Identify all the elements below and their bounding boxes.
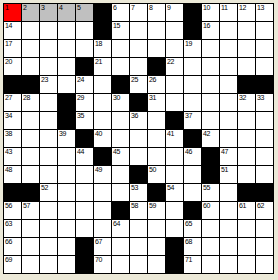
cell-r5c13[interactable]: [220, 76, 237, 93]
cell-r8c1[interactable]: 38: [4, 130, 21, 147]
cell-r3c8[interactable]: [130, 40, 147, 57]
clue-number-21: 21: [95, 58, 102, 66]
clue-number-64: 64: [113, 220, 120, 228]
cell-r3c6[interactable]: 18: [94, 40, 111, 57]
cell-r14c8[interactable]: [130, 238, 147, 255]
cell-r9c4[interactable]: [58, 148, 75, 165]
cell-r5c3[interactable]: 23: [40, 76, 57, 93]
clue-number-18: 18: [95, 40, 102, 48]
cell-r15c14[interactable]: [238, 256, 255, 273]
clue-number-52: 52: [41, 184, 48, 192]
block-cell-r10c12: [202, 166, 219, 183]
clue-number-46: 46: [185, 148, 192, 156]
cell-r2c8[interactable]: [130, 22, 147, 39]
cell-r12c5[interactable]: [76, 202, 93, 219]
cell-r4c2[interactable]: [22, 58, 39, 75]
clue-number-34: 34: [5, 112, 12, 120]
cell-r10c5[interactable]: [76, 166, 93, 183]
cell-r1c10[interactable]: 9: [166, 4, 183, 21]
cell-r12c9[interactable]: 59: [148, 202, 165, 219]
cell-r12c14[interactable]: 61: [238, 202, 255, 219]
cell-r3c1[interactable]: 17: [4, 40, 21, 57]
cell-r1c7[interactable]: 6: [112, 4, 129, 21]
cell-r14c12[interactable]: [202, 238, 219, 255]
cell-r15c9[interactable]: [148, 256, 165, 273]
clue-number-67: 67: [95, 238, 102, 246]
cell-r10c2[interactable]: [22, 166, 39, 183]
cell-r13c5[interactable]: [76, 220, 93, 237]
cell-r14c3[interactable]: [40, 238, 57, 255]
clue-number-65: 65: [185, 220, 192, 228]
clue-number-61: 61: [239, 202, 246, 210]
cell-r14c15[interactable]: [256, 238, 273, 255]
cell-r15c15[interactable]: [256, 256, 273, 273]
cell-r9c8[interactable]: [130, 148, 147, 165]
cell-r12c8[interactable]: 58: [130, 202, 147, 219]
block-cell-r11c9: [148, 184, 165, 201]
cell-r10c13[interactable]: 51: [220, 166, 237, 183]
cell-r1c1[interactable]: 1: [4, 4, 21, 21]
cell-r7c1[interactable]: 34: [4, 112, 21, 129]
cell-r4c13[interactable]: [220, 58, 237, 75]
cell-r6c3[interactable]: [40, 94, 57, 111]
cell-r1c3[interactable]: 3: [40, 4, 57, 21]
cell-r14c1[interactable]: 66: [4, 238, 21, 255]
cell-r2c1[interactable]: 14: [4, 22, 21, 39]
block-cell-r9c12: [202, 148, 219, 165]
cell-r12c10[interactable]: [166, 202, 183, 219]
clue-number-2: 2: [23, 4, 27, 12]
clue-number-31: 31: [149, 94, 156, 102]
clue-number-44: 44: [77, 148, 84, 156]
cell-r13c4[interactable]: [58, 220, 75, 237]
block-cell-r5c1: [4, 76, 21, 93]
block-cell-r10c8: [130, 166, 147, 183]
cell-r2c9[interactable]: [148, 22, 165, 39]
cell-r3c13[interactable]: [220, 40, 237, 57]
cell-r6c7[interactable]: 30: [112, 94, 129, 111]
crossword-page: { "game": "crossword", "description": "E…: [0, 0, 278, 280]
cell-r9c15[interactable]: [256, 148, 273, 165]
block-cell-r5c14: [238, 76, 255, 93]
cell-r13c9[interactable]: [148, 220, 165, 237]
clue-number-54: 54: [167, 184, 174, 192]
cell-r2c10[interactable]: [166, 22, 183, 39]
clue-number-70: 70: [95, 256, 102, 264]
clue-number-30: 30: [113, 94, 120, 102]
cell-r6c1[interactable]: 27: [4, 94, 21, 111]
block-cell-r5c2: [22, 76, 39, 93]
cell-r1c2[interactable]: 2: [22, 4, 39, 21]
cell-r7c8[interactable]: 36: [130, 112, 147, 129]
cell-r11c11[interactable]: [184, 184, 201, 201]
cell-r7c7[interactable]: [112, 112, 129, 129]
cell-r2c15[interactable]: [256, 22, 273, 39]
cell-r2c3[interactable]: [40, 22, 57, 39]
cell-r13c10[interactable]: [166, 220, 183, 237]
cell-r3c5[interactable]: [76, 40, 93, 57]
cell-r13c8[interactable]: [130, 220, 147, 237]
cell-r15c3[interactable]: [40, 256, 57, 273]
cell-r6c15[interactable]: 33: [256, 94, 273, 111]
cell-r5c5[interactable]: 24: [76, 76, 93, 93]
cell-r1c4[interactable]: 4: [58, 4, 75, 21]
cell-r3c15[interactable]: [256, 40, 273, 57]
clue-number-69: 69: [5, 256, 12, 264]
cell-r7c12[interactable]: [202, 112, 219, 129]
clue-number-19: 19: [185, 40, 192, 48]
clue-number-36: 36: [131, 112, 138, 120]
cell-r5c10[interactable]: [166, 76, 183, 93]
clue-number-53: 53: [131, 184, 138, 192]
cell-r1c12[interactable]: 10: [202, 4, 219, 21]
clue-number-29: 29: [77, 94, 84, 102]
cell-r4c14[interactable]: [238, 58, 255, 75]
cell-r13c2[interactable]: [22, 220, 39, 237]
cell-r3c14[interactable]: [238, 40, 255, 57]
cell-r14c4[interactable]: [58, 238, 75, 255]
cell-r9c1[interactable]: 43: [4, 148, 21, 165]
cell-r8c8[interactable]: [130, 130, 147, 147]
clue-number-9: 9: [167, 4, 171, 12]
clue-number-35: 35: [77, 112, 84, 120]
cell-r12c3[interactable]: [40, 202, 57, 219]
cell-r3c4[interactable]: [58, 40, 75, 57]
cell-r2c14[interactable]: [238, 22, 255, 39]
clue-number-71: 71: [185, 256, 192, 264]
cell-r14c7[interactable]: [112, 238, 129, 255]
cell-r9c14[interactable]: [238, 148, 255, 165]
clue-number-14: 14: [5, 22, 12, 30]
clue-number-20: 20: [5, 58, 12, 66]
clue-number-51: 51: [221, 166, 228, 174]
cell-r15c7[interactable]: [112, 256, 129, 273]
clue-number-41: 41: [167, 130, 174, 138]
cell-r11c7[interactable]: [112, 184, 129, 201]
cell-r7c3[interactable]: [40, 112, 57, 129]
cell-r3c9[interactable]: [148, 40, 165, 57]
clue-number-24: 24: [77, 76, 84, 84]
crossword-board[interactable]: 1234567891011121314151617181920212223242…: [3, 3, 274, 274]
clue-number-27: 27: [5, 94, 12, 102]
clue-number-59: 59: [149, 202, 156, 210]
clue-number-42: 42: [203, 130, 210, 138]
cell-r8c15[interactable]: [256, 130, 273, 147]
cell-r1c15[interactable]: 13: [256, 4, 273, 21]
clue-number-39: 39: [59, 130, 66, 138]
cell-r11c8[interactable]: 53: [130, 184, 147, 201]
cell-r6c14[interactable]: 32: [238, 94, 255, 111]
block-cell-r8c11: [184, 130, 201, 147]
block-cell-r12c11: [184, 202, 201, 219]
clue-number-40: 40: [95, 130, 102, 138]
cell-r13c7[interactable]: 64: [112, 220, 129, 237]
cell-r7c2[interactable]: [22, 112, 39, 129]
cell-r11c10[interactable]: 54: [166, 184, 183, 201]
cell-r15c11[interactable]: 71: [184, 256, 201, 273]
block-cell-r15c5: [76, 256, 93, 273]
clue-number-5: 5: [77, 4, 81, 12]
cell-r2c5[interactable]: [76, 22, 93, 39]
clue-number-47: 47: [221, 148, 228, 156]
cell-r9c9[interactable]: [148, 148, 165, 165]
cell-r6c9[interactable]: 31: [148, 94, 165, 111]
block-cell-r11c15: [256, 184, 273, 201]
cell-r3c10[interactable]: [166, 40, 183, 57]
cell-r7c9[interactable]: [148, 112, 165, 129]
cell-r10c7[interactable]: [112, 166, 129, 183]
clue-number-15: 15: [113, 22, 120, 30]
cell-r4c10[interactable]: 22: [166, 58, 183, 75]
cell-r7c13[interactable]: [220, 112, 237, 129]
cell-r6c2[interactable]: 28: [22, 94, 39, 111]
cell-r4c4[interactable]: [58, 58, 75, 75]
cell-r11c13[interactable]: [220, 184, 237, 201]
cell-r6c5[interactable]: 29: [76, 94, 93, 111]
cell-r10c4[interactable]: [58, 166, 75, 183]
cell-r8c7[interactable]: [112, 130, 129, 147]
block-cell-r5c15: [256, 76, 273, 93]
cell-r12c6[interactable]: [94, 202, 111, 219]
cell-r11c4[interactable]: [58, 184, 75, 201]
cell-r8c9[interactable]: [148, 130, 165, 147]
clue-number-17: 17: [5, 40, 12, 48]
cell-r4c6[interactable]: 21: [94, 58, 111, 75]
cell-r3c11[interactable]: 19: [184, 40, 201, 57]
block-cell-r11c14: [238, 184, 255, 201]
block-cell-r14c5: [76, 238, 93, 255]
cell-r9c7[interactable]: 45: [112, 148, 129, 165]
cell-r13c13[interactable]: [220, 220, 237, 237]
clue-number-63: 63: [5, 220, 12, 228]
cell-r10c11[interactable]: [184, 166, 201, 183]
cell-r15c13[interactable]: [220, 256, 237, 273]
clue-number-49: 49: [95, 166, 102, 174]
cell-r10c10[interactable]: [166, 166, 183, 183]
cell-r5c8[interactable]: 25: [130, 76, 147, 93]
block-cell-r4c5: [76, 58, 93, 75]
clue-number-13: 13: [257, 4, 264, 12]
cell-r15c1[interactable]: 69: [4, 256, 21, 273]
cell-r15c12[interactable]: [202, 256, 219, 273]
block-cell-r1c11: [184, 4, 201, 21]
cell-r2c13[interactable]: [220, 22, 237, 39]
cell-r1c14[interactable]: 12: [238, 4, 255, 21]
block-cell-r4c9: [148, 58, 165, 75]
cell-r7c6[interactable]: [94, 112, 111, 129]
cell-r14c13[interactable]: [220, 238, 237, 255]
cell-r11c3[interactable]: 52: [40, 184, 57, 201]
cell-r9c3[interactable]: [40, 148, 57, 165]
clue-number-26: 26: [149, 76, 156, 84]
cell-r7c5[interactable]: 35: [76, 112, 93, 129]
cell-r12c2[interactable]: 57: [22, 202, 39, 219]
block-cell-r1c6: [94, 4, 111, 21]
cell-r15c4[interactable]: [58, 256, 75, 273]
cell-r4c12[interactable]: [202, 58, 219, 75]
cell-r9c5[interactable]: 44: [76, 148, 93, 165]
block-cell-r7c10: [166, 112, 183, 129]
clue-number-45: 45: [113, 148, 120, 156]
cell-r9c2[interactable]: [22, 148, 39, 165]
clue-number-55: 55: [203, 184, 210, 192]
clue-number-68: 68: [185, 238, 192, 246]
clue-number-58: 58: [131, 202, 138, 210]
cell-r5c11[interactable]: [184, 76, 201, 93]
cell-r1c5[interactable]: 5: [76, 4, 93, 21]
cell-r8c14[interactable]: [238, 130, 255, 147]
clue-number-25: 25: [131, 76, 138, 84]
cell-r13c6[interactable]: [94, 220, 111, 237]
block-cell-r12c7: [112, 202, 129, 219]
cell-r9c11[interactable]: 46: [184, 148, 201, 165]
cell-r5c6[interactable]: [94, 76, 111, 93]
cell-r6c11[interactable]: [184, 94, 201, 111]
cell-r10c6[interactable]: 49: [94, 166, 111, 183]
block-cell-r6c4: [58, 94, 75, 111]
clue-number-6: 6: [113, 4, 117, 12]
cell-r7c15[interactable]: [256, 112, 273, 129]
clue-number-62: 62: [257, 202, 264, 210]
block-cell-r8c5: [76, 130, 93, 147]
clue-number-10: 10: [203, 4, 210, 12]
clue-number-57: 57: [23, 202, 30, 210]
cell-r8c3[interactable]: [40, 130, 57, 147]
clue-number-60: 60: [203, 202, 210, 210]
clue-number-4: 4: [59, 4, 63, 12]
cell-r4c7[interactable]: [112, 58, 129, 75]
cell-r13c11[interactable]: 65: [184, 220, 201, 237]
cell-r11c5[interactable]: [76, 184, 93, 201]
cell-r8c12[interactable]: 42: [202, 130, 219, 147]
block-cell-r15c10: [166, 256, 183, 273]
clue-number-1: 1: [5, 4, 9, 12]
cell-r5c12[interactable]: [202, 76, 219, 93]
cell-r6c13[interactable]: [220, 94, 237, 111]
cell-r8c2[interactable]: [22, 130, 39, 147]
cell-r1c13[interactable]: 11: [220, 4, 237, 21]
cell-r1c9[interactable]: 8: [148, 4, 165, 21]
clue-number-66: 66: [5, 238, 12, 246]
clue-number-11: 11: [221, 4, 228, 12]
block-cell-r9c6: [94, 148, 111, 165]
clue-number-48: 48: [5, 166, 12, 174]
cell-r13c12[interactable]: [202, 220, 219, 237]
clue-number-3: 3: [41, 4, 45, 12]
cell-r12c13[interactable]: [220, 202, 237, 219]
cell-r3c3[interactable]: [40, 40, 57, 57]
block-cell-r5c7: [112, 76, 129, 93]
clue-number-32: 32: [239, 94, 246, 102]
cell-r12c15[interactable]: 62: [256, 202, 273, 219]
cell-r3c2[interactable]: [22, 40, 39, 57]
block-cell-r7c4: [58, 112, 75, 129]
clue-number-22: 22: [167, 58, 174, 66]
cell-r14c9[interactable]: [148, 238, 165, 255]
cell-r2c12[interactable]: 16: [202, 22, 219, 39]
cell-r2c4[interactable]: [58, 22, 75, 39]
cell-r13c1[interactable]: 63: [4, 220, 21, 237]
cell-r12c4[interactable]: [58, 202, 75, 219]
cell-r2c2[interactable]: [22, 22, 39, 39]
block-cell-r14c10: [166, 238, 183, 255]
cell-r7c14[interactable]: [238, 112, 255, 129]
cell-r14c14[interactable]: [238, 238, 255, 255]
clue-number-7: 7: [131, 4, 135, 12]
clue-number-43: 43: [5, 148, 12, 156]
cell-r3c12[interactable]: [202, 40, 219, 57]
clue-number-12: 12: [239, 4, 246, 12]
cell-r4c15[interactable]: [256, 58, 273, 75]
cell-r7c11[interactable]: 37: [184, 112, 201, 129]
cell-r8c13[interactable]: [220, 130, 237, 147]
cell-r10c3[interactable]: [40, 166, 57, 183]
cell-r6c12[interactable]: [202, 94, 219, 111]
cell-r8c10[interactable]: 41: [166, 130, 183, 147]
cell-r15c2[interactable]: [22, 256, 39, 273]
cell-r15c6[interactable]: 70: [94, 256, 111, 273]
cell-r12c1[interactable]: 56: [4, 202, 21, 219]
cell-r5c4[interactable]: [58, 76, 75, 93]
block-cell-r2c6: [94, 22, 111, 39]
cell-r2c7[interactable]: 15: [112, 22, 129, 39]
cell-r13c15[interactable]: [256, 220, 273, 237]
clue-number-8: 8: [149, 4, 153, 12]
block-cell-r6c8: [130, 94, 147, 111]
cell-r6c10[interactable]: [166, 94, 183, 111]
cell-r11c12[interactable]: 55: [202, 184, 219, 201]
cell-r15c8[interactable]: [130, 256, 147, 273]
cell-r8c6[interactable]: 40: [94, 130, 111, 147]
cell-r8c4[interactable]: 39: [58, 130, 75, 147]
clue-number-33: 33: [257, 94, 264, 102]
cell-r12c12[interactable]: 60: [202, 202, 219, 219]
cell-r10c15[interactable]: [256, 166, 273, 183]
cell-r1c8[interactable]: 7: [130, 4, 147, 21]
cell-r5c9[interactable]: 26: [148, 76, 165, 93]
block-cell-r11c1: [4, 184, 21, 201]
cell-r13c3[interactable]: [40, 220, 57, 237]
cell-r14c11[interactable]: 68: [184, 238, 201, 255]
cell-r9c13[interactable]: 47: [220, 148, 237, 165]
cell-r14c6[interactable]: 67: [94, 238, 111, 255]
clue-number-37: 37: [185, 112, 192, 120]
cell-r4c11[interactable]: [184, 58, 201, 75]
cell-r9c10[interactable]: [166, 148, 183, 165]
cell-r13c14[interactable]: [238, 220, 255, 237]
clue-number-56: 56: [5, 202, 12, 210]
cell-r11c6[interactable]: [94, 184, 111, 201]
cell-r4c3[interactable]: [40, 58, 57, 75]
clue-number-50: 50: [149, 166, 156, 174]
cell-r10c14[interactable]: [238, 166, 255, 183]
cell-r6c6[interactable]: [94, 94, 111, 111]
cell-r10c1[interactable]: 48: [4, 166, 21, 183]
block-cell-r2c11: [184, 22, 201, 39]
clue-number-28: 28: [23, 94, 30, 102]
clue-number-23: 23: [41, 76, 48, 84]
block-cell-r11c2: [22, 184, 39, 201]
cell-r3c7[interactable]: [112, 40, 129, 57]
clue-number-16: 16: [203, 22, 210, 30]
cell-r14c2[interactable]: [22, 238, 39, 255]
clue-number-38: 38: [5, 130, 12, 138]
cell-r10c9[interactable]: 50: [148, 166, 165, 183]
cell-r4c1[interactable]: 20: [4, 58, 21, 75]
cell-r4c8[interactable]: [130, 58, 147, 75]
